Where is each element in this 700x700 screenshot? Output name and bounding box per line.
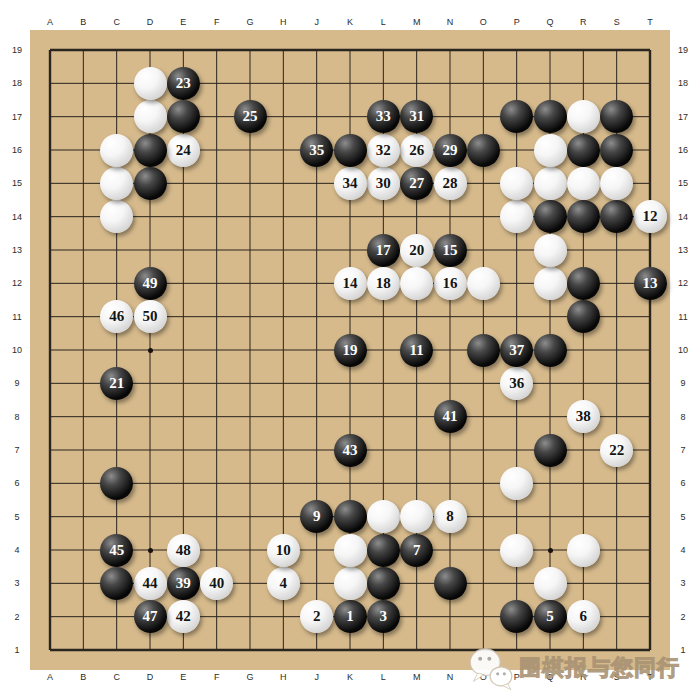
move-number: 11: [410, 343, 424, 358]
stone-white: [500, 167, 533, 200]
move-number: 39: [176, 576, 191, 591]
stone-white: [100, 167, 133, 200]
stone-black-11: 11: [400, 334, 433, 367]
move-number: 45: [109, 543, 124, 558]
coord-label-top: K: [339, 16, 361, 28]
stone-white: [334, 567, 367, 600]
stone-white-28: 28: [434, 167, 467, 200]
move-number: 48: [176, 543, 191, 558]
move-number: 13: [643, 276, 658, 291]
stone-black: [600, 134, 633, 167]
coord-label-bottom: L: [372, 671, 394, 683]
stone-black-41: 41: [434, 400, 467, 433]
stone-black-29: 29: [434, 134, 467, 167]
stone-white-38: 38: [567, 400, 600, 433]
star-point: [548, 548, 553, 553]
star-point: [148, 348, 153, 353]
coord-label-top: D: [139, 16, 161, 28]
coord-label-top: O: [472, 16, 494, 28]
stone-white: [534, 234, 567, 267]
stone-black: [134, 134, 167, 167]
coord-label-top: E: [172, 16, 194, 28]
stone-white: [134, 100, 167, 133]
coord-label-top: B: [72, 16, 94, 28]
stone-white: [534, 267, 567, 300]
move-number: 47: [143, 609, 158, 624]
stone-white-22: 22: [600, 434, 633, 467]
coord-label-right: 6: [672, 477, 694, 489]
coord-label-top: P: [506, 16, 528, 28]
coord-label-left: 3: [6, 577, 28, 589]
coord-label-bottom: F: [206, 671, 228, 683]
move-number: 21: [109, 376, 124, 391]
stone-black-1: 1: [334, 600, 367, 633]
coord-label-top: Q: [539, 16, 561, 28]
coord-label-bottom: D: [139, 671, 161, 683]
stone-black: [534, 200, 567, 233]
stone-white-18: 18: [367, 267, 400, 300]
move-number: 16: [443, 276, 458, 291]
stone-black: [567, 300, 600, 333]
stone-black-45: 45: [100, 534, 133, 567]
stone-black: [534, 100, 567, 133]
stone-white-48: 48: [167, 534, 200, 567]
move-number: 33: [376, 109, 391, 124]
coord-label-bottom: E: [172, 671, 194, 683]
stone-black-47: 47: [134, 600, 167, 633]
coord-label-bottom: M: [406, 671, 428, 683]
move-number: 40: [209, 576, 224, 591]
stone-black-33: 33: [367, 100, 400, 133]
coord-label-right: 19: [672, 44, 694, 56]
stone-white: [334, 534, 367, 567]
move-number: 26: [409, 143, 424, 158]
stone-black: [434, 567, 467, 600]
move-number: 37: [509, 343, 524, 358]
move-number: 8: [446, 509, 454, 524]
coord-label-top: J: [306, 16, 328, 28]
coord-label-left: 15: [6, 177, 28, 189]
move-number: 19: [343, 343, 358, 358]
move-number: 43: [343, 443, 358, 458]
move-number: 23: [176, 76, 191, 91]
move-number: 38: [576, 409, 591, 424]
move-number: 46: [109, 309, 124, 324]
stone-black-49: 49: [134, 267, 167, 300]
coord-label-left: 7: [6, 444, 28, 456]
coord-label-left: 5: [6, 511, 28, 523]
stone-white-4: 4: [267, 567, 300, 600]
stone-white-50: 50: [134, 300, 167, 333]
stone-black-43: 43: [334, 434, 367, 467]
coord-label-bottom: B: [72, 671, 94, 683]
coord-label-right: 12: [672, 277, 694, 289]
move-number: 31: [409, 109, 424, 124]
coord-label-top: L: [372, 16, 394, 28]
coord-label-top: H: [272, 16, 294, 28]
stone-black-13: 13: [634, 267, 667, 300]
move-number: 49: [143, 276, 158, 291]
coord-label-top: S: [606, 16, 628, 28]
stone-white-6: 6: [567, 600, 600, 633]
coord-label-left: 19: [6, 44, 28, 56]
stone-black: [567, 134, 600, 167]
move-number: 3: [380, 609, 388, 624]
stone-white: [567, 534, 600, 567]
stone-white: [500, 534, 533, 567]
stone-black-7: 7: [400, 534, 433, 567]
stone-white-42: 42: [167, 600, 200, 633]
coord-label-right: 15: [672, 177, 694, 189]
stone-black: [534, 334, 567, 367]
coord-label-bottom: G: [239, 671, 261, 683]
coord-label-top: G: [239, 16, 261, 28]
coord-label-top: C: [106, 16, 128, 28]
coord-label-bottom: H: [272, 671, 294, 683]
move-number: 17: [376, 243, 391, 258]
coord-label-left: 4: [6, 544, 28, 556]
move-number: 2: [313, 609, 321, 624]
move-number: 30: [376, 176, 391, 191]
coord-label-bottom: J: [306, 671, 328, 683]
coord-label-right: 14: [672, 211, 694, 223]
move-number: 25: [243, 109, 258, 124]
coord-label-left: 8: [6, 411, 28, 423]
coord-label-right: 18: [672, 77, 694, 89]
coord-label-right: 8: [672, 411, 694, 423]
coord-label-bottom: N: [439, 671, 461, 683]
move-number: 28: [443, 176, 458, 191]
stone-black: [467, 134, 500, 167]
move-number: 41: [443, 409, 458, 424]
stone-black-35: 35: [300, 134, 333, 167]
coord-label-right: 10: [672, 344, 694, 356]
coord-label-left: 6: [6, 477, 28, 489]
coord-label-right: 17: [672, 111, 694, 123]
move-number: 44: [143, 576, 158, 591]
stone-white: [600, 167, 633, 200]
stone-black-17: 17: [367, 234, 400, 267]
move-number: 32: [376, 143, 391, 158]
stone-white-34: 34: [334, 167, 367, 200]
coord-label-right: 13: [672, 244, 694, 256]
stone-black: [134, 167, 167, 200]
move-number: 22: [609, 443, 624, 458]
coord-label-top: N: [439, 16, 461, 28]
stone-white-32: 32: [367, 134, 400, 167]
move-number: 7: [413, 543, 421, 558]
move-number: 14: [343, 276, 358, 291]
move-number: 50: [143, 309, 158, 324]
move-number: 10: [276, 543, 291, 558]
coord-label-top: R: [572, 16, 594, 28]
stone-white-26: 26: [400, 134, 433, 167]
coord-label-left: 10: [6, 344, 28, 356]
stone-black-15: 15: [434, 234, 467, 267]
coord-label-top: T: [639, 16, 661, 28]
coord-label-right: 5: [672, 511, 694, 523]
coord-label-left: 2: [6, 611, 28, 623]
stone-white: [500, 467, 533, 500]
coord-label-right: 3: [672, 577, 694, 589]
stone-black: [567, 200, 600, 233]
move-number: 36: [509, 376, 524, 391]
stone-black: [367, 567, 400, 600]
coord-label-left: 11: [6, 311, 28, 323]
move-number: 9: [313, 509, 321, 524]
move-number: 15: [443, 243, 458, 258]
stone-black: [334, 134, 367, 167]
move-number: 1: [346, 609, 354, 624]
stone-black-5: 5: [534, 600, 567, 633]
stone-black-37: 37: [500, 334, 533, 367]
stone-white: [400, 267, 433, 300]
stone-white: [367, 500, 400, 533]
move-number: 34: [343, 176, 358, 191]
stone-black: [567, 267, 600, 300]
move-number: 6: [580, 609, 588, 624]
coord-label-left: 1: [6, 644, 28, 656]
move-number: 27: [409, 176, 424, 191]
stone-black-39: 39: [167, 567, 200, 600]
coord-label-left: 18: [6, 77, 28, 89]
move-number: 35: [309, 143, 324, 158]
stone-white-24: 24: [167, 134, 200, 167]
stone-white-30: 30: [367, 167, 400, 200]
move-number: 18: [376, 276, 391, 291]
move-number: 12: [643, 209, 658, 224]
stone-white-14: 14: [334, 267, 367, 300]
stone-white: [100, 134, 133, 167]
stone-white-10: 10: [267, 534, 300, 567]
go-diagram-page: AABBCCDDEEFFGGHHJJKKLLMMNNOOPPQQRRSSTT19…: [0, 0, 700, 700]
stone-black: [467, 334, 500, 367]
coord-label-top: M: [406, 16, 428, 28]
stone-white-12: 12: [634, 200, 667, 233]
stone-white: [534, 567, 567, 600]
stone-white-16: 16: [434, 267, 467, 300]
coord-label-left: 9: [6, 377, 28, 389]
stone-black-23: 23: [167, 67, 200, 100]
stone-black-3: 3: [367, 600, 400, 633]
move-number: 5: [546, 609, 554, 624]
stone-black: [100, 567, 133, 600]
stone-white-20: 20: [400, 234, 433, 267]
stone-white: [567, 167, 600, 200]
coord-label-left: 16: [6, 144, 28, 156]
stone-black: [334, 500, 367, 533]
move-number: 24: [176, 143, 191, 158]
coord-label-left: 13: [6, 244, 28, 256]
stone-white-40: 40: [200, 567, 233, 600]
coord-label-right: 4: [672, 544, 694, 556]
stone-black: [534, 434, 567, 467]
coord-label-right: 11: [672, 311, 694, 323]
stone-black-21: 21: [100, 367, 133, 400]
stone-white-36: 36: [500, 367, 533, 400]
stone-white: [134, 67, 167, 100]
move-number: 20: [409, 243, 424, 258]
stone-white: [467, 267, 500, 300]
coord-label-top: F: [206, 16, 228, 28]
coord-label-bottom: K: [339, 671, 361, 683]
coord-label-top: A: [39, 16, 61, 28]
coord-label-left: 14: [6, 211, 28, 223]
star-point: [148, 548, 153, 553]
coord-label-right: 9: [672, 377, 694, 389]
watermark: 围棋报与您同行: [466, 643, 680, 693]
stone-black: [100, 467, 133, 500]
stone-black-25: 25: [234, 100, 267, 133]
coord-label-bottom: C: [106, 671, 128, 683]
move-number: 42: [176, 609, 191, 624]
stone-black: [367, 534, 400, 567]
coord-label-right: 7: [672, 444, 694, 456]
coord-label-right: 16: [672, 144, 694, 156]
stone-white: [567, 100, 600, 133]
stone-black-27: 27: [400, 167, 433, 200]
stone-black-19: 19: [334, 334, 367, 367]
wechat-icon: [466, 644, 516, 692]
coord-label-left: 12: [6, 277, 28, 289]
stone-white: [534, 134, 567, 167]
coord-label-right: 2: [672, 611, 694, 623]
coord-label-left: 17: [6, 111, 28, 123]
watermark-text: 围棋报与您同行: [519, 653, 680, 683]
move-number: 4: [280, 576, 288, 591]
coord-label-bottom: A: [39, 671, 61, 683]
stone-white-8: 8: [434, 500, 467, 533]
stone-black: [167, 100, 200, 133]
move-number: 29: [443, 143, 458, 158]
stone-white: [534, 167, 567, 200]
stone-white-44: 44: [134, 567, 167, 600]
